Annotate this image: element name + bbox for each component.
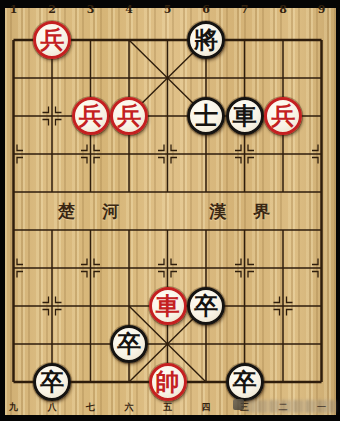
red-chariot-piece[interactable]: 車 <box>149 287 187 325</box>
file-label-top: 7 <box>236 3 254 16</box>
file-label-top: 6 <box>197 3 215 16</box>
red-soldier-piece[interactable]: 兵 <box>110 97 148 135</box>
file-label-top: 3 <box>82 3 100 16</box>
red-general-piece[interactable]: 帥 <box>149 363 187 401</box>
file-label-top: 9 <box>313 3 331 16</box>
red-soldier-piece[interactable]: 兵 <box>33 21 71 59</box>
red-soldier-piece[interactable]: 兵 <box>72 97 110 135</box>
black-soldier-piece[interactable]: 卒 <box>110 325 148 363</box>
river-label-right: 漢界 <box>209 202 297 220</box>
black-soldier-piece[interactable]: 卒 <box>187 287 225 325</box>
black-soldier-piece[interactable]: 卒 <box>226 363 264 401</box>
file-label-bottom: 九 <box>5 401 23 414</box>
file-label-bottom: 七 <box>82 401 100 414</box>
file-label-top: 1 <box>5 3 23 16</box>
file-label-bottom: 五 <box>159 401 177 414</box>
red-soldier-piece[interactable]: 兵 <box>264 97 302 135</box>
black-advisor-piece[interactable]: 士 <box>187 97 225 135</box>
file-label-top: 4 <box>120 3 138 16</box>
xiangqi-screenshot: 123456789 九八七六五四三二一 楚河 漢界 兵將兵兵士車兵車卒卒卒帥卒 <box>0 0 340 421</box>
watermark-icon <box>233 399 244 410</box>
river-label-left: 楚河 <box>58 202 146 220</box>
black-general-piece[interactable]: 將 <box>187 21 225 59</box>
file-label-top: 2 <box>43 3 61 16</box>
black-soldier-piece[interactable]: 卒 <box>33 363 71 401</box>
file-label-top: 8 <box>274 3 292 16</box>
file-label-bottom: 四 <box>197 401 215 414</box>
watermark <box>246 400 336 413</box>
file-label-bottom: 八 <box>43 401 61 414</box>
file-label-top: 5 <box>159 3 177 16</box>
file-label-bottom: 六 <box>120 401 138 414</box>
black-chariot-piece[interactable]: 車 <box>226 97 264 135</box>
